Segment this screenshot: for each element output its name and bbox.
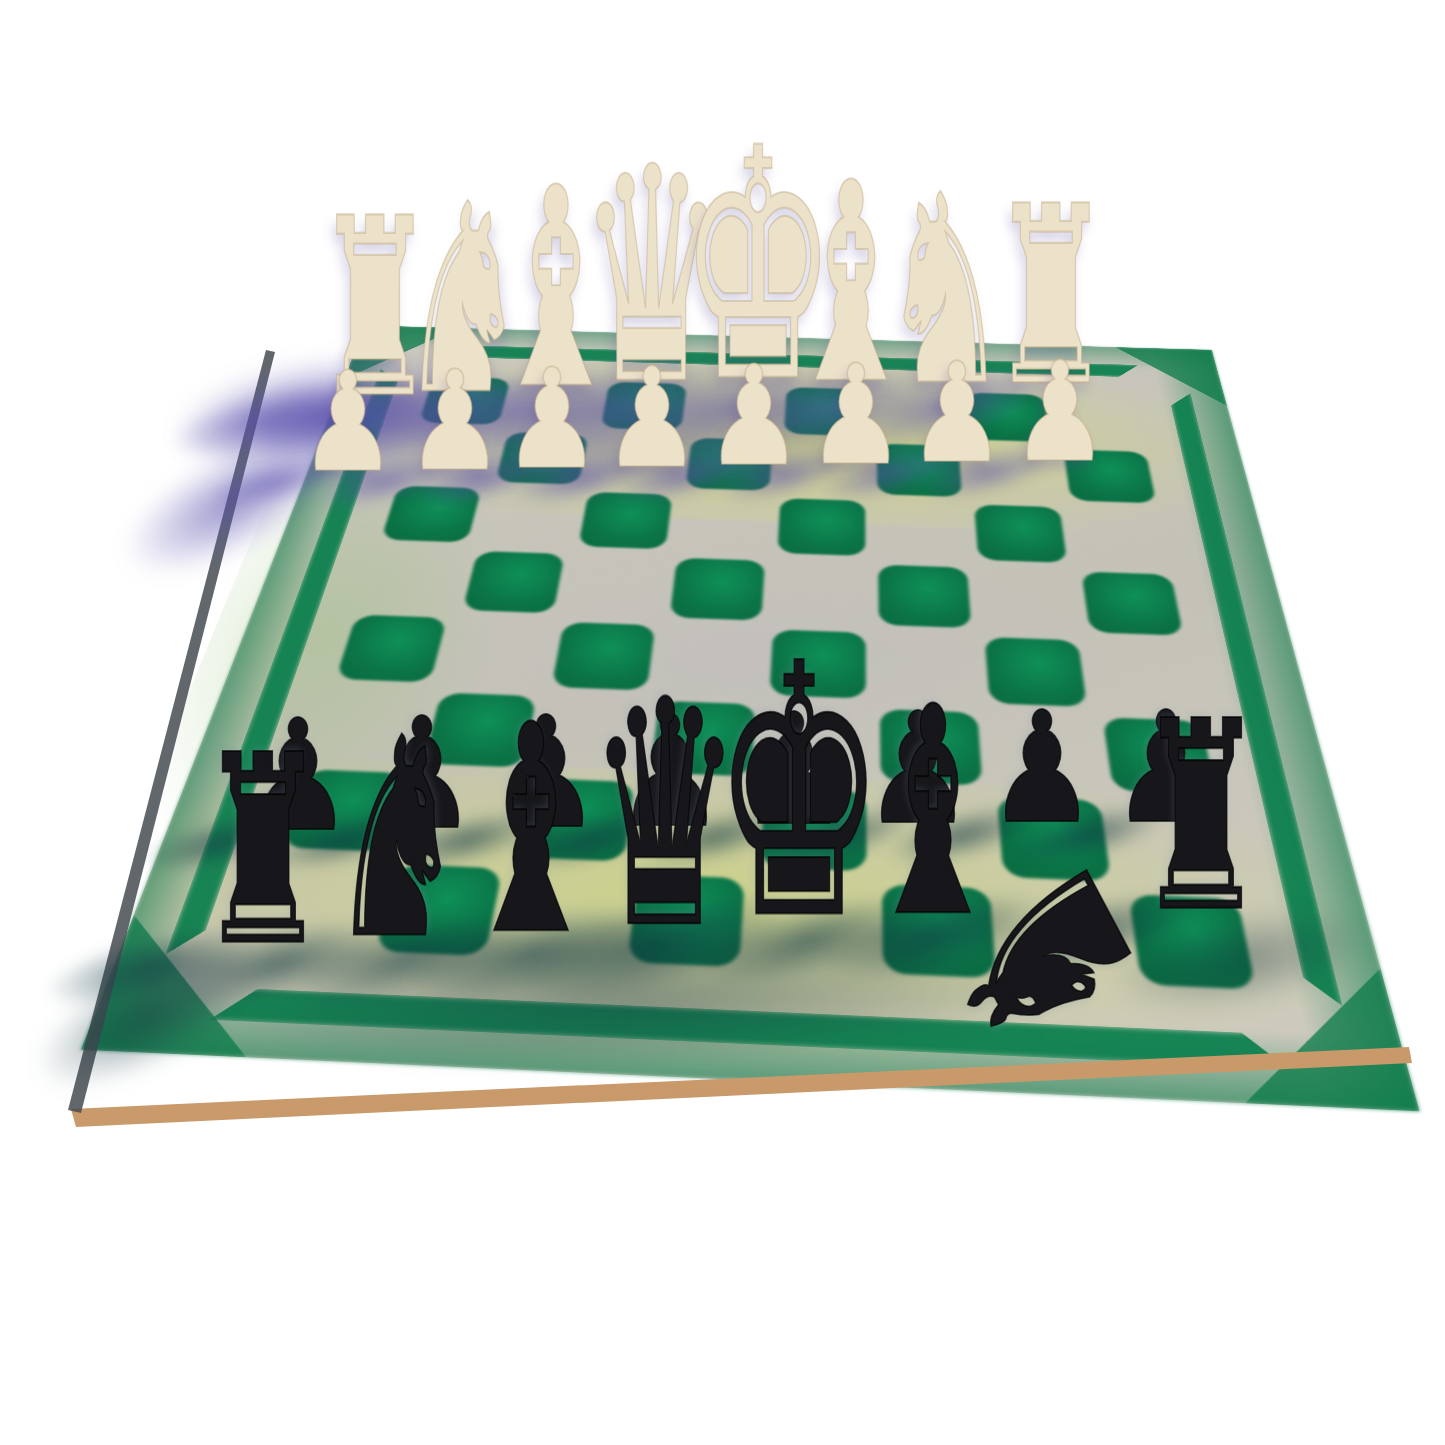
white-pawn: ♟ <box>299 354 397 492</box>
white-pawn: ♟ <box>406 353 504 491</box>
white-pawn: ♟ <box>603 350 701 488</box>
black-knight: ♞ <box>329 703 465 979</box>
black-bishop: ♝ <box>460 688 602 975</box>
black-rook: ♜ <box>1136 687 1265 948</box>
black-rook: ♜ <box>198 721 327 982</box>
white-pawn: ♟ <box>807 347 905 485</box>
white-pawn: ♟ <box>1011 344 1109 482</box>
photo-scene: ♜♞♝♛♚♝♞♜♟♟♟♟♟♟♟♟♟♟♟♟♟♟♟♟♜♞♝♛♚♝♞♜ <box>0 0 1445 1445</box>
pieces-layer: ♜♞♝♛♚♝♞♜♟♟♟♟♟♟♟♟♟♟♟♟♟♟♟♟♜♞♝♛♚♝♞♜ <box>0 0 1445 1445</box>
black-king: ♚ <box>713 619 885 967</box>
white-pawn: ♟ <box>908 345 1006 483</box>
white-pawn: ♟ <box>503 351 601 489</box>
white-pawn: ♟ <box>705 348 803 486</box>
